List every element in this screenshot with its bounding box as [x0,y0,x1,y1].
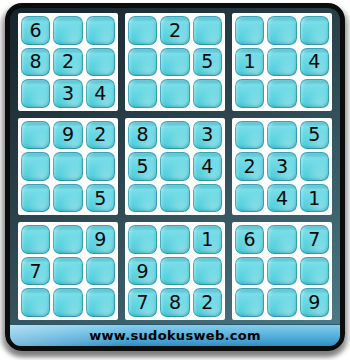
cell-r5c1[interactable] [21,152,50,181]
cell-r4c3[interactable]: 2 [86,121,115,150]
cell-r9c7[interactable] [235,288,264,317]
cell-r8c4[interactable]: 9 [128,257,157,286]
box-2-1: 925 [18,118,118,216]
cell-r5c4[interactable]: 5 [128,152,157,181]
given-digit: 9 [137,262,149,281]
box-2-2: 8354 [125,118,225,216]
given-digit: 5 [308,125,320,144]
box-1-2: 25 [125,13,225,111]
cell-r1c4[interactable] [128,16,157,45]
cell-r8c3[interactable] [86,257,115,286]
website-url[interactable]: www.sudokusweb.com [89,328,261,343]
cell-r5c6[interactable]: 4 [193,152,222,181]
cell-r3c8[interactable] [267,79,296,108]
cell-r2c2[interactable]: 2 [53,48,82,77]
given-digit: 4 [94,84,106,103]
given-digit: 3 [62,84,74,103]
given-digit: 8 [30,52,42,71]
cell-r4c2[interactable]: 9 [53,121,82,150]
cell-r6c2[interactable] [53,184,82,213]
cell-r4c7[interactable] [235,121,264,150]
cell-r5c9[interactable] [300,152,329,181]
cell-r9c6[interactable]: 2 [193,288,222,317]
cell-r3c2[interactable]: 3 [53,79,82,108]
footer-bar: www.sudokusweb.com [10,324,340,346]
cell-r8c2[interactable] [53,257,82,286]
cell-r3c4[interactable] [128,79,157,108]
sudoku-page: 6823425149258354523419719782679 www.sudo… [0,0,350,360]
cell-r7c2[interactable] [53,225,82,254]
cell-r9c4[interactable]: 7 [128,288,157,317]
cell-r2c8[interactable] [267,48,296,77]
cell-r3c1[interactable] [21,79,50,108]
cell-r4c5[interactable] [160,121,189,150]
cell-r7c6[interactable]: 1 [193,225,222,254]
cell-r1c3[interactable] [86,16,115,45]
cell-r3c6[interactable] [193,79,222,108]
cell-r5c3[interactable] [86,152,115,181]
given-digit: 3 [276,157,288,176]
cell-r6c5[interactable] [160,184,189,213]
cell-r9c2[interactable] [53,288,82,317]
cell-r8c9[interactable] [300,257,329,286]
cell-r1c9[interactable] [300,16,329,45]
given-digit: 1 [244,52,256,71]
cell-r4c6[interactable]: 3 [193,121,222,150]
cell-r2c9[interactable]: 4 [300,48,329,77]
cell-r8c8[interactable] [267,257,296,286]
given-digit: 2 [201,293,213,312]
cell-r3c7[interactable] [235,79,264,108]
cell-r1c6[interactable] [193,16,222,45]
box-2-3: 52341 [232,118,332,216]
cell-r6c9[interactable]: 1 [300,184,329,213]
cell-r6c7[interactable] [235,184,264,213]
given-digit: 1 [201,230,213,249]
cell-r1c1[interactable]: 6 [21,16,50,45]
cell-r9c8[interactable] [267,288,296,317]
cell-r8c5[interactable] [160,257,189,286]
cell-r1c8[interactable] [267,16,296,45]
given-digit: 6 [30,21,42,40]
cell-r5c5[interactable] [160,152,189,181]
cell-r1c7[interactable] [235,16,264,45]
given-digit: 6 [244,230,256,249]
given-digit: 2 [244,157,256,176]
given-digit: 8 [137,125,149,144]
cell-r7c4[interactable] [128,225,157,254]
cell-r6c3[interactable]: 5 [86,184,115,213]
given-digit: 5 [137,157,149,176]
box-3-1: 97 [18,222,118,320]
cell-r2c6[interactable]: 5 [193,48,222,77]
given-digit: 7 [30,262,42,281]
given-digit: 1 [308,189,320,208]
cell-r7c7[interactable]: 6 [235,225,264,254]
box-3-3: 679 [232,222,332,320]
given-digit: 2 [169,21,181,40]
cell-r7c3[interactable]: 9 [86,225,115,254]
given-digit: 7 [308,230,320,249]
given-digit: 9 [62,125,74,144]
cell-r5c2[interactable] [53,152,82,181]
given-digit: 9 [308,293,320,312]
given-digit: 4 [308,52,320,71]
cell-r9c3[interactable] [86,288,115,317]
given-digit: 5 [201,52,213,71]
cell-r7c9[interactable]: 7 [300,225,329,254]
given-digit: 7 [137,293,149,312]
cell-r8c7[interactable] [235,257,264,286]
cell-r3c3[interactable]: 4 [86,79,115,108]
box-1-1: 68234 [18,13,118,111]
cell-r2c5[interactable] [160,48,189,77]
sudoku-panel: 6823425149258354523419719782679 www.sudo… [5,3,345,351]
cell-r6c6[interactable] [193,184,222,213]
given-digit: 8 [169,293,181,312]
cell-r1c5[interactable]: 2 [160,16,189,45]
cell-r4c1[interactable] [21,121,50,150]
cell-r8c1[interactable]: 7 [21,257,50,286]
cell-r7c1[interactable] [21,225,50,254]
cell-r2c4[interactable] [128,48,157,77]
given-digit: 4 [276,189,288,208]
cell-r6c4[interactable] [128,184,157,213]
cell-r4c9[interactable]: 5 [300,121,329,150]
given-digit: 2 [94,125,106,144]
cell-r5c7[interactable]: 2 [235,152,264,181]
given-digit: 9 [94,230,106,249]
given-digit: 2 [62,52,74,71]
cell-r9c9[interactable]: 9 [300,288,329,317]
sudoku-board: 6823425149258354523419719782679 [18,13,332,320]
cell-r9c1[interactable] [21,288,50,317]
cell-r5c8[interactable]: 3 [267,152,296,181]
cell-r2c7[interactable]: 1 [235,48,264,77]
cell-r8c6[interactable] [193,257,222,286]
cell-r7c8[interactable] [267,225,296,254]
cell-r4c4[interactable]: 8 [128,121,157,150]
cell-r2c3[interactable] [86,48,115,77]
box-1-3: 14 [232,13,332,111]
cell-r4c8[interactable] [267,121,296,150]
box-3-2: 19782 [125,222,225,320]
cell-r9c5[interactable]: 8 [160,288,189,317]
cell-r1c2[interactable] [53,16,82,45]
cell-r6c1[interactable] [21,184,50,213]
cell-r3c5[interactable] [160,79,189,108]
given-digit: 4 [201,157,213,176]
cell-r7c5[interactable] [160,225,189,254]
cell-r2c1[interactable]: 8 [21,48,50,77]
cell-r3c9[interactable] [300,79,329,108]
cell-r6c8[interactable]: 4 [267,184,296,213]
given-digit: 5 [94,189,106,208]
given-digit: 3 [201,125,213,144]
